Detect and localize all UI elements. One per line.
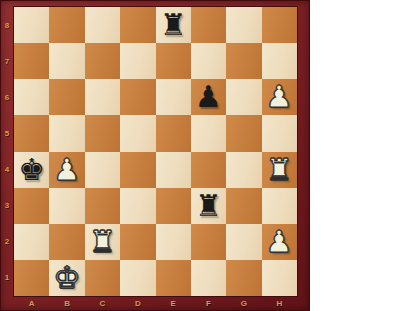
square-h3[interactable]: [262, 188, 297, 224]
square-h8[interactable]: [262, 7, 297, 43]
square-f7[interactable]: [191, 43, 226, 79]
square-f4[interactable]: [191, 152, 226, 188]
square-g8[interactable]: [226, 7, 261, 43]
square-g2[interactable]: [226, 224, 261, 260]
square-f5[interactable]: [191, 115, 226, 151]
square-d6[interactable]: [120, 79, 155, 115]
rank-label-3: 3: [0, 188, 14, 224]
square-b4[interactable]: ♟: [49, 152, 84, 188]
white-king-b1[interactable]: ♚: [54, 263, 81, 293]
white-rook-h4[interactable]: ♜: [266, 155, 293, 185]
square-c5[interactable]: [85, 115, 120, 151]
square-b7[interactable]: [49, 43, 84, 79]
square-c6[interactable]: [85, 79, 120, 115]
chess-board: ♜♟♟♚♟♜♜♜♟♚: [14, 7, 297, 296]
square-h7[interactable]: [262, 43, 297, 79]
square-e7[interactable]: [156, 43, 191, 79]
square-f6[interactable]: ♟: [191, 79, 226, 115]
rank-label-7: 7: [0, 43, 14, 79]
rank-labels: 87654321: [0, 7, 14, 296]
white-rook-c2[interactable]: ♜: [89, 227, 116, 257]
square-a1[interactable]: [14, 260, 49, 296]
file-label-F: F: [191, 296, 226, 310]
black-king-a4[interactable]: ♚: [18, 155, 45, 185]
square-g1[interactable]: [226, 260, 261, 296]
square-d3[interactable]: [120, 188, 155, 224]
square-b6[interactable]: [49, 79, 84, 115]
square-g5[interactable]: [226, 115, 261, 151]
square-a8[interactable]: [14, 7, 49, 43]
chess-board-frame: 87654321 ♜♟♟♚♟♜♜♜♟♚ ABCDEFGH: [0, 0, 310, 311]
square-b3[interactable]: [49, 188, 84, 224]
square-e8[interactable]: ♜: [156, 7, 191, 43]
square-h1[interactable]: [262, 260, 297, 296]
square-a3[interactable]: [14, 188, 49, 224]
square-a7[interactable]: [14, 43, 49, 79]
file-label-B: B: [49, 296, 84, 310]
square-d5[interactable]: [120, 115, 155, 151]
square-d8[interactable]: [120, 7, 155, 43]
square-c1[interactable]: [85, 260, 120, 296]
square-d2[interactable]: [120, 224, 155, 260]
square-d7[interactable]: [120, 43, 155, 79]
square-c8[interactable]: [85, 7, 120, 43]
square-a6[interactable]: [14, 79, 49, 115]
square-f1[interactable]: [191, 260, 226, 296]
black-pawn-f6[interactable]: ♟: [195, 82, 222, 112]
square-c4[interactable]: [85, 152, 120, 188]
square-c3[interactable]: [85, 188, 120, 224]
square-b5[interactable]: [49, 115, 84, 151]
black-rook-e8[interactable]: ♜: [160, 10, 187, 40]
square-f3[interactable]: ♜: [191, 188, 226, 224]
square-h5[interactable]: [262, 115, 297, 151]
square-e3[interactable]: [156, 188, 191, 224]
square-b8[interactable]: [49, 7, 84, 43]
square-c2[interactable]: ♜: [85, 224, 120, 260]
rank-label-8: 8: [0, 7, 14, 43]
rank-label-6: 6: [0, 79, 14, 115]
file-label-C: C: [85, 296, 120, 310]
square-h2[interactable]: ♟: [262, 224, 297, 260]
square-g7[interactable]: [226, 43, 261, 79]
square-h6[interactable]: ♟: [262, 79, 297, 115]
square-b2[interactable]: [49, 224, 84, 260]
rank-label-5: 5: [0, 115, 14, 151]
rank-label-4: 4: [0, 152, 14, 188]
white-pawn-b4[interactable]: ♟: [54, 155, 81, 185]
square-e2[interactable]: [156, 224, 191, 260]
square-e5[interactable]: [156, 115, 191, 151]
file-label-D: D: [120, 296, 155, 310]
white-pawn-h6[interactable]: ♟: [266, 82, 293, 112]
square-a2[interactable]: [14, 224, 49, 260]
square-e6[interactable]: [156, 79, 191, 115]
square-d4[interactable]: [120, 152, 155, 188]
rank-label-2: 2: [0, 224, 14, 260]
file-label-H: H: [262, 296, 297, 310]
file-label-E: E: [156, 296, 191, 310]
file-labels: ABCDEFGH: [14, 296, 297, 310]
square-c7[interactable]: [85, 43, 120, 79]
square-a5[interactable]: [14, 115, 49, 151]
square-h4[interactable]: ♜: [262, 152, 297, 188]
square-b1[interactable]: ♚: [49, 260, 84, 296]
square-e4[interactable]: [156, 152, 191, 188]
square-d1[interactable]: [120, 260, 155, 296]
square-g3[interactable]: [226, 188, 261, 224]
file-label-A: A: [14, 296, 49, 310]
square-e1[interactable]: [156, 260, 191, 296]
file-label-G: G: [226, 296, 261, 310]
square-f8[interactable]: [191, 7, 226, 43]
black-rook-f3[interactable]: ♜: [195, 191, 222, 221]
white-pawn-h2[interactable]: ♟: [266, 227, 293, 257]
rank-label-1: 1: [0, 260, 14, 296]
square-a4[interactable]: ♚: [14, 152, 49, 188]
square-g6[interactable]: [226, 79, 261, 115]
square-g4[interactable]: [226, 152, 261, 188]
square-f2[interactable]: [191, 224, 226, 260]
